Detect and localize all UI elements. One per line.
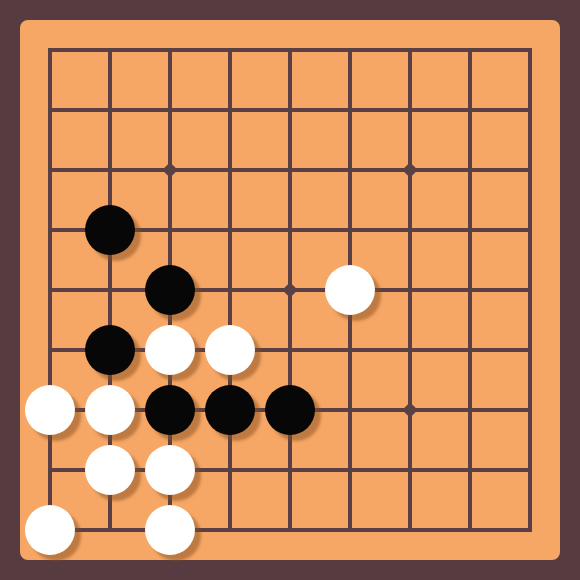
star-point <box>282 282 298 298</box>
black-stone[interactable] <box>205 385 255 435</box>
black-stone[interactable] <box>85 325 135 375</box>
white-stone[interactable] <box>145 505 195 555</box>
white-stone[interactable] <box>25 385 75 435</box>
grid-line-vertical <box>468 48 472 532</box>
black-stone[interactable] <box>145 265 195 315</box>
white-stone[interactable] <box>85 385 135 435</box>
white-stone[interactable] <box>25 505 75 555</box>
black-stone[interactable] <box>145 385 195 435</box>
white-stone[interactable] <box>205 325 255 375</box>
star-point <box>402 162 418 178</box>
white-stone[interactable] <box>325 265 375 315</box>
black-stone[interactable] <box>265 385 315 435</box>
grid-line-vertical <box>408 48 412 532</box>
white-stone[interactable] <box>85 445 135 495</box>
white-stone[interactable] <box>145 325 195 375</box>
black-stone[interactable] <box>85 205 135 255</box>
grid-line-vertical <box>528 48 532 532</box>
star-point <box>162 162 178 178</box>
board-frame <box>0 0 580 580</box>
go-board[interactable] <box>20 20 560 560</box>
white-stone[interactable] <box>145 445 195 495</box>
star-point <box>402 402 418 418</box>
grid-line-horizontal <box>48 528 532 532</box>
